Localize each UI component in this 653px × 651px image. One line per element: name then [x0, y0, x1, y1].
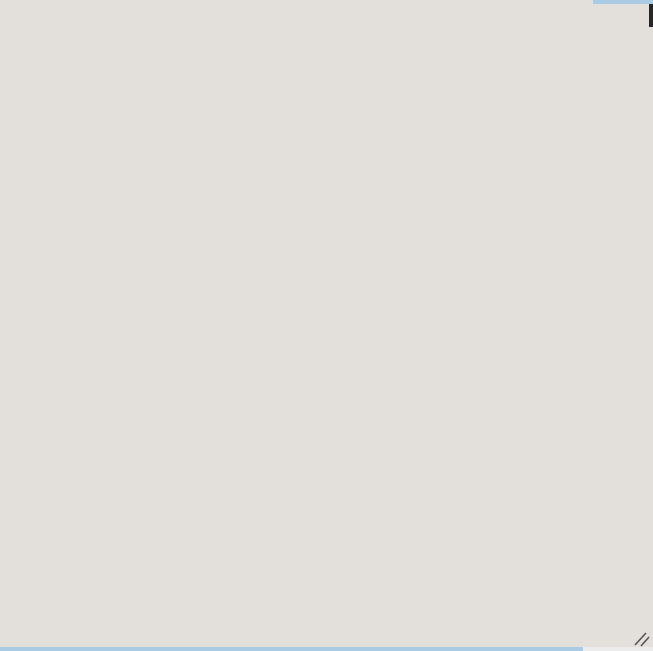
resize-handle-icon[interactable]: [633, 631, 651, 647]
scrollbar-thumb[interactable]: [649, 4, 653, 27]
top-accent-strip: [593, 0, 653, 4]
chess-board: [3, 2, 653, 648]
bottom-right-patch: [583, 647, 653, 651]
page: [0, 0, 653, 651]
bottom-accent-strip: [0, 647, 583, 651]
